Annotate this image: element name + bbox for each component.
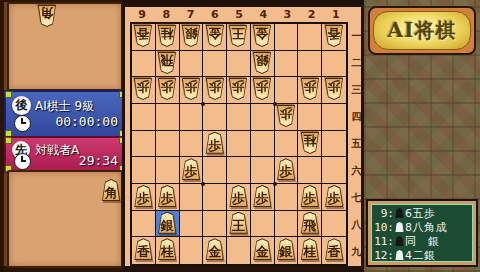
board-cell-2六[interactable] xyxy=(298,157,322,184)
board-cell-6五[interactable]: 歩 xyxy=(203,131,227,158)
shogi-piece-sente-歩[interactable]: 歩 xyxy=(181,158,201,180)
shogi-piece-gote-香[interactable]: 香 xyxy=(324,25,344,47)
board-cell-9三[interactable]: 歩 xyxy=(132,77,156,104)
board-cell-5五[interactable] xyxy=(227,131,251,158)
shogi-piece-gote-銀[interactable]: 銀 xyxy=(252,52,272,74)
gote-time: 00:00:00 xyxy=(55,114,118,129)
move-list-row[interactable]: 12:4二銀 xyxy=(374,248,470,262)
shogi-piece-sente-香[interactable]: 香 xyxy=(324,238,344,260)
shogi-piece-sente-桂[interactable]: 桂 xyxy=(300,238,320,260)
shogi-piece-gote-歩[interactable]: 歩 xyxy=(157,78,177,100)
move-number: 11: xyxy=(374,235,394,248)
board-cell-4一[interactable]: 金 xyxy=(251,24,275,51)
rank-labels: 一二三四五六七八九 xyxy=(350,22,363,266)
shogi-piece-gote-角[interactable]: 角 xyxy=(37,5,57,27)
board-cell-9四[interactable] xyxy=(132,104,156,131)
shogi-piece-sente-歩[interactable]: 歩 xyxy=(276,158,296,180)
clock-icon xyxy=(14,153,31,170)
sente-player-panel: 先 対戦者A 29:34 xyxy=(4,136,127,173)
shogi-piece-sente-歩[interactable]: 歩 xyxy=(252,185,272,207)
board-cell-2四[interactable] xyxy=(298,104,322,131)
board-cell-3四[interactable]: 歩 xyxy=(275,104,299,131)
file-label: 6 xyxy=(203,8,227,21)
shogi-piece-gote-香[interactable]: 香 xyxy=(133,25,153,47)
board-cell-5一[interactable]: 王 xyxy=(227,24,251,51)
board-cell-2三[interactable]: 歩 xyxy=(298,77,322,104)
panel-stud xyxy=(5,137,12,144)
move-list-row[interactable]: 10:8八角成 xyxy=(374,220,470,234)
clock-icon xyxy=(14,115,31,132)
board-cell-7五[interactable] xyxy=(180,131,204,158)
sente-player-name: 対戦者A xyxy=(35,142,79,159)
board-cell-4七[interactable]: 歩 xyxy=(251,184,275,211)
move-number: 9: xyxy=(374,207,394,220)
rank-label: 五 xyxy=(350,130,363,157)
board-cell-8二[interactable]: 飛 xyxy=(156,51,180,78)
board-cell-3三[interactable] xyxy=(275,77,299,104)
move-text: 8八角成 xyxy=(405,220,447,235)
board-cell-3六[interactable]: 歩 xyxy=(275,157,299,184)
file-label: 8 xyxy=(154,8,178,21)
board-cell-6七[interactable] xyxy=(203,184,227,211)
shogi-piece-gote-銀[interactable]: 銀 xyxy=(181,25,201,47)
move-text: 6五歩 xyxy=(405,206,436,221)
shogi-piece-gote-歩[interactable]: 歩 xyxy=(300,78,320,100)
shogi-piece-gote-飛[interactable]: 飛 xyxy=(157,52,177,74)
file-labels: 987654321 xyxy=(130,8,348,21)
board-cell-6一[interactable]: 金 xyxy=(203,24,227,51)
board-cell-8五[interactable] xyxy=(156,131,180,158)
board-cell-8九[interactable]: 桂 xyxy=(156,237,180,264)
board-cell-4三[interactable]: 歩 xyxy=(251,77,275,104)
shogi-piece-sente-銀[interactable]: 銀 xyxy=(276,238,296,260)
rank-label: 七 xyxy=(350,185,363,212)
file-label: 2 xyxy=(300,8,324,21)
move-number: 10: xyxy=(374,221,394,234)
file-label: 7 xyxy=(178,8,202,21)
panel-stud xyxy=(5,91,12,98)
board-cell-2二[interactable] xyxy=(298,51,322,78)
shogi-piece-gote-桂[interactable]: 桂 xyxy=(300,132,320,154)
shogi-piece-sente-角[interactable]: 角 xyxy=(101,179,121,201)
sente-captured-tray[interactable]: 角 xyxy=(7,170,123,268)
board-cell-7七[interactable] xyxy=(180,184,204,211)
move-list-row[interactable]: 11:同 銀 xyxy=(374,234,470,248)
board-cell-4五[interactable] xyxy=(251,131,275,158)
board-cell-8一[interactable]: 桂 xyxy=(156,24,180,51)
shogi-piece-sente-歩[interactable]: 歩 xyxy=(228,185,248,207)
board-cell-5二[interactable] xyxy=(227,51,251,78)
move-list-panel: 9:6五歩10:8八角成11:同 銀12:4二銀 xyxy=(366,199,478,267)
board-cell-4六[interactable] xyxy=(251,157,275,184)
shogi-piece-gote-歩[interactable]: 歩 xyxy=(228,78,248,100)
board-cell-7九[interactable] xyxy=(180,237,204,264)
file-label: 9 xyxy=(130,8,154,21)
shogi-piece-gote-歩[interactable]: 歩 xyxy=(324,78,344,100)
board-cell-6二[interactable] xyxy=(203,51,227,78)
board-cell-1四[interactable] xyxy=(322,104,346,131)
shogi-piece-gote-歩[interactable]: 歩 xyxy=(181,78,201,100)
board-cell-6四[interactable] xyxy=(203,104,227,131)
rank-label: 九 xyxy=(350,239,363,266)
shogi-piece-gote-歩[interactable]: 歩 xyxy=(133,78,153,100)
board-cell-2一[interactable] xyxy=(298,24,322,51)
file-label: 3 xyxy=(275,8,299,21)
board-cell-9二[interactable] xyxy=(132,51,156,78)
shogi-piece-sente-金[interactable]: 金 xyxy=(205,238,225,260)
shogi-piece-gote-王[interactable]: 王 xyxy=(228,25,248,47)
board-cell-5八[interactable]: 王 xyxy=(227,211,251,238)
rank-label: 三 xyxy=(350,76,363,103)
move-number: 12: xyxy=(374,249,394,262)
gote-piece-icon xyxy=(395,250,404,260)
shogi-piece-sente-王[interactable]: 王 xyxy=(228,212,248,234)
rank-label: 一 xyxy=(350,22,363,49)
board-cell-9一[interactable]: 香 xyxy=(132,24,156,51)
shogi-piece-gote-金[interactable]: 金 xyxy=(252,25,272,47)
board-cell-7一[interactable]: 銀 xyxy=(180,24,204,51)
shogi-piece-sente-歩[interactable]: 歩 xyxy=(133,185,153,207)
file-label: 1 xyxy=(324,8,348,21)
board-cell-7二[interactable] xyxy=(180,51,204,78)
move-text: 4二銀 xyxy=(405,248,436,263)
board-cell-3九[interactable]: 銀 xyxy=(275,237,299,264)
shogi-piece-gote-桂[interactable]: 桂 xyxy=(157,25,177,47)
board-cell-2五[interactable]: 桂 xyxy=(298,131,322,158)
sente-piece-icon xyxy=(395,236,404,246)
board-cell-5三[interactable]: 歩 xyxy=(227,77,251,104)
board-cell-5七[interactable]: 歩 xyxy=(227,184,251,211)
shogi-piece-sente-歩[interactable]: 歩 xyxy=(205,132,225,154)
board-cell-5九[interactable] xyxy=(227,237,251,264)
board-cell-2九[interactable]: 桂 xyxy=(298,237,322,264)
board-cell-4八[interactable] xyxy=(251,211,275,238)
board-cell-1三[interactable]: 歩 xyxy=(322,77,346,104)
shogi-piece-sente-金[interactable]: 金 xyxy=(252,238,272,260)
board-cell-2七[interactable]: 歩 xyxy=(298,184,322,211)
board-cell-3五[interactable] xyxy=(275,131,299,158)
board-cell-3二[interactable] xyxy=(275,51,299,78)
board-cell-3七[interactable] xyxy=(275,184,299,211)
board-cell-7四[interactable] xyxy=(180,104,204,131)
board-cell-6九[interactable]: 金 xyxy=(203,237,227,264)
move-text: 同 銀 xyxy=(405,234,440,249)
rank-label: 八 xyxy=(350,212,363,239)
board-cell-4二[interactable]: 銀 xyxy=(251,51,275,78)
rank-label: 二 xyxy=(350,49,363,76)
app-title: AI将棋 xyxy=(388,17,457,44)
move-list-row[interactable]: 9:6五歩 xyxy=(374,206,470,220)
board-cell-9五[interactable] xyxy=(132,131,156,158)
board-cell-6三[interactable]: 歩 xyxy=(203,77,227,104)
board-cell-2八[interactable]: 飛 xyxy=(298,211,322,238)
board-cell-6六[interactable] xyxy=(203,157,227,184)
board-cell-5六[interactable] xyxy=(227,157,251,184)
board-cell-8三[interactable]: 歩 xyxy=(156,77,180,104)
gote-badge: 後 xyxy=(12,96,31,115)
board-cell-8七[interactable]: 歩 xyxy=(156,184,180,211)
gote-player-panel: 後 AI棋士 9級 00:00:00 xyxy=(4,90,127,138)
file-label: 5 xyxy=(227,8,251,21)
gote-piece-icon xyxy=(395,222,404,232)
board-grid: 香桂銀金王金香飛銀歩歩歩歩歩歩歩歩歩歩桂歩歩歩歩歩歩歩歩銀王飛香桂金金銀桂香 xyxy=(130,22,348,266)
board-cell-1五[interactable] xyxy=(322,131,346,158)
app-logo-plate: AI将棋 xyxy=(373,11,471,50)
sente-piece-icon xyxy=(395,208,404,218)
board-cell-8八[interactable]: 銀 xyxy=(156,211,180,238)
gote-player-name: AI棋士 9級 xyxy=(35,98,94,115)
left-panel: 角 後 AI棋士 9級 00:00:00 先 対戦者A 29:34 角 xyxy=(0,0,125,272)
board-cell-1一[interactable]: 香 xyxy=(322,24,346,51)
rank-label: 六 xyxy=(350,158,363,185)
board-cell-6八[interactable] xyxy=(203,211,227,238)
board-cell-1八[interactable] xyxy=(322,211,346,238)
hoshi-dot xyxy=(273,102,277,106)
shogi-piece-sente-桂[interactable]: 桂 xyxy=(157,238,177,260)
hoshi-dot xyxy=(273,182,277,186)
move-list: 9:6五歩10:8八角成11:同 銀12:4二銀 xyxy=(371,204,473,262)
shogi-piece-gote-金[interactable]: 金 xyxy=(205,25,225,47)
board-cell-9九[interactable]: 香 xyxy=(132,237,156,264)
board-cell-9六[interactable] xyxy=(132,157,156,184)
board-cell-9八[interactable] xyxy=(132,211,156,238)
board-cell-5四[interactable] xyxy=(227,104,251,131)
shogi-piece-sente-歩[interactable]: 歩 xyxy=(300,185,320,207)
board-cell-8四[interactable] xyxy=(156,104,180,131)
board-cell-1七[interactable]: 歩 xyxy=(322,184,346,211)
shogi-piece-sente-歩[interactable]: 歩 xyxy=(157,185,177,207)
shogi-piece-gote-歩[interactable]: 歩 xyxy=(205,78,225,100)
board-cell-4四[interactable] xyxy=(251,104,275,131)
board-cell-1六[interactable] xyxy=(322,157,346,184)
board-cell-8六[interactable] xyxy=(156,157,180,184)
board-cell-4九[interactable]: 金 xyxy=(251,237,275,264)
board-cell-3八[interactable] xyxy=(275,211,299,238)
sente-time: 29:34 xyxy=(79,153,118,168)
rank-label: 四 xyxy=(350,103,363,130)
shogi-piece-gote-歩[interactable]: 歩 xyxy=(252,78,272,100)
board-cell-7三[interactable]: 歩 xyxy=(180,77,204,104)
shogi-piece-gote-歩[interactable]: 歩 xyxy=(276,105,296,127)
gote-captured-tray[interactable]: 角 xyxy=(7,2,123,91)
board-cell-9七[interactable]: 歩 xyxy=(132,184,156,211)
shogi-piece-sente-銀[interactable]: 銀 xyxy=(157,212,177,234)
shogi-piece-sente-香[interactable]: 香 xyxy=(133,238,153,260)
board-cell-7八[interactable] xyxy=(180,211,204,238)
board-cell-7六[interactable]: 歩 xyxy=(180,157,204,184)
board-cell-3一[interactable] xyxy=(275,24,299,51)
file-label: 4 xyxy=(251,8,275,21)
board-cell-1二[interactable] xyxy=(322,51,346,78)
app-logo: AI将棋 xyxy=(368,6,476,55)
board-cell-1九[interactable]: 香 xyxy=(322,237,346,264)
shogi-piece-sente-歩[interactable]: 歩 xyxy=(324,185,344,207)
shogi-piece-sente-飛[interactable]: 飛 xyxy=(300,212,320,234)
shogi-game-screen: 角 後 AI棋士 9級 00:00:00 先 対戦者A 29:34 角 9876… xyxy=(0,0,480,272)
